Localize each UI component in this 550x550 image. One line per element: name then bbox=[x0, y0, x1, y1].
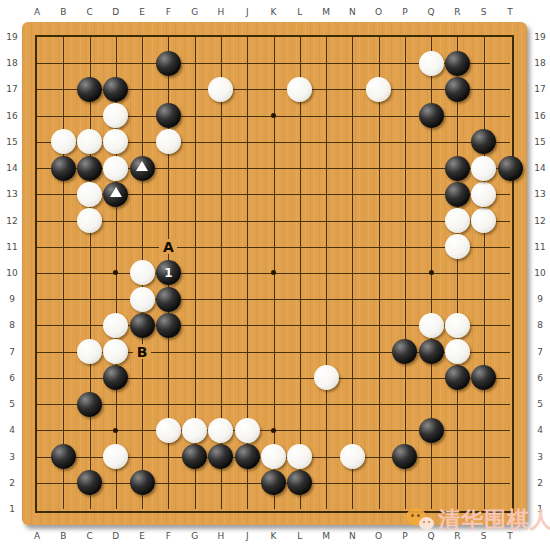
stone-white bbox=[419, 51, 444, 76]
stone-black bbox=[156, 51, 181, 76]
row-label-left: 4 bbox=[4, 425, 20, 435]
grid-line-vertical bbox=[379, 37, 380, 509]
row-label-right: 18 bbox=[532, 58, 548, 68]
stone-white bbox=[130, 260, 155, 285]
annotation-letter: B bbox=[133, 344, 151, 359]
row-label-left: 5 bbox=[4, 399, 20, 409]
row-label-right: 2 bbox=[532, 478, 548, 488]
stone-black bbox=[130, 470, 155, 495]
stone-white bbox=[130, 287, 155, 312]
stone-white bbox=[235, 418, 260, 443]
column-label-top: F bbox=[158, 7, 178, 17]
stone-white bbox=[51, 129, 76, 154]
row-label-right: 17 bbox=[532, 84, 548, 94]
column-label-top: M bbox=[316, 7, 336, 17]
stone-black bbox=[156, 287, 181, 312]
column-label-top: Q bbox=[421, 7, 441, 17]
grid-line-vertical bbox=[405, 37, 406, 509]
stone-white bbox=[340, 444, 365, 469]
row-label-left: 6 bbox=[4, 373, 20, 383]
stone-white bbox=[103, 156, 128, 181]
row-label-left: 17 bbox=[4, 84, 20, 94]
stone-black bbox=[419, 339, 444, 364]
column-label-bottom: O bbox=[369, 531, 389, 541]
row-label-left: 15 bbox=[4, 137, 20, 147]
column-label-bottom: E bbox=[132, 531, 152, 541]
stone-white bbox=[314, 365, 339, 390]
stone-black bbox=[156, 313, 181, 338]
row-label-left: 8 bbox=[4, 320, 20, 330]
column-label-bottom: N bbox=[342, 531, 362, 541]
row-label-left: 9 bbox=[4, 294, 20, 304]
row-label-right: 6 bbox=[532, 373, 548, 383]
grid-line-horizontal bbox=[37, 299, 510, 300]
column-label-top: L bbox=[290, 7, 310, 17]
row-label-left: 18 bbox=[4, 58, 20, 68]
stone-white bbox=[77, 182, 102, 207]
stone-white bbox=[77, 208, 102, 233]
stone-black bbox=[419, 103, 444, 128]
column-label-bottom: C bbox=[80, 531, 100, 541]
row-label-right: 5 bbox=[532, 399, 548, 409]
row-label-right: 4 bbox=[532, 425, 548, 435]
column-label-bottom: F bbox=[158, 531, 178, 541]
column-label-top: G bbox=[185, 7, 205, 17]
row-label-left: 7 bbox=[4, 347, 20, 357]
row-label-right: 13 bbox=[532, 189, 548, 199]
column-label-top: H bbox=[211, 7, 231, 17]
stone-black bbox=[445, 77, 470, 102]
row-label-right: 15 bbox=[532, 137, 548, 147]
stone-white bbox=[445, 339, 470, 364]
row-label-left: 19 bbox=[4, 32, 20, 42]
stone-black bbox=[77, 392, 102, 417]
row-label-right: 3 bbox=[532, 452, 548, 462]
row-label-left: 14 bbox=[4, 163, 20, 173]
go-diagram: 1ABAABBCCDDEEFFGGHHJJKKLLMMNNOOPPQQRRSST… bbox=[0, 0, 550, 550]
row-label-right: 7 bbox=[532, 347, 548, 357]
stone-white bbox=[261, 444, 286, 469]
stone-white bbox=[445, 208, 470, 233]
row-label-left: 16 bbox=[4, 111, 20, 121]
stone-black bbox=[419, 418, 444, 443]
column-label-top: P bbox=[395, 7, 415, 17]
triangle-mark bbox=[110, 187, 122, 197]
stone-black bbox=[130, 313, 155, 338]
stone-white bbox=[156, 418, 181, 443]
column-label-bottom: G bbox=[185, 531, 205, 541]
stone-black bbox=[445, 182, 470, 207]
column-label-top: S bbox=[474, 7, 494, 17]
row-label-left: 13 bbox=[4, 189, 20, 199]
column-label-bottom: H bbox=[211, 531, 231, 541]
column-label-bottom: J bbox=[237, 531, 257, 541]
row-label-right: 10 bbox=[532, 268, 548, 278]
column-label-top: C bbox=[80, 7, 100, 17]
column-label-bottom: D bbox=[106, 531, 126, 541]
stone-black bbox=[445, 51, 470, 76]
column-label-top: K bbox=[264, 7, 284, 17]
column-label-top: N bbox=[342, 7, 362, 17]
column-label-top: R bbox=[447, 7, 467, 17]
grid-line-vertical bbox=[326, 37, 327, 509]
stone-white bbox=[182, 418, 207, 443]
row-label-left: 11 bbox=[4, 242, 20, 252]
column-label-bottom: L bbox=[290, 531, 310, 541]
grid-line-horizontal bbox=[37, 404, 510, 405]
stone-black bbox=[77, 156, 102, 181]
row-label-right: 8 bbox=[532, 320, 548, 330]
row-label-right: 12 bbox=[532, 216, 548, 226]
column-label-top: B bbox=[53, 7, 73, 17]
watermark: 清华围棋人 bbox=[404, 504, 550, 536]
stone-black bbox=[156, 103, 181, 128]
grid-line-vertical bbox=[352, 37, 353, 509]
row-label-left: 3 bbox=[4, 452, 20, 462]
watermark-text: 清华围棋人 bbox=[438, 505, 550, 535]
stone-black bbox=[51, 444, 76, 469]
row-label-right: 11 bbox=[532, 242, 548, 252]
column-label-top: E bbox=[132, 7, 152, 17]
stone-white bbox=[445, 313, 470, 338]
stone-black bbox=[498, 156, 523, 181]
column-label-top: J bbox=[237, 7, 257, 17]
column-label-top: D bbox=[106, 7, 126, 17]
grid-line-vertical bbox=[484, 37, 485, 509]
column-label-top: T bbox=[500, 7, 520, 17]
grid-line-vertical bbox=[300, 37, 301, 509]
stone-black bbox=[445, 156, 470, 181]
column-label-bottom: A bbox=[27, 531, 47, 541]
row-label-left: 2 bbox=[4, 478, 20, 488]
grid-line-vertical bbox=[457, 37, 458, 509]
wechat-bubble-small bbox=[419, 517, 434, 530]
row-label-left: 10 bbox=[4, 268, 20, 278]
row-label-right: 16 bbox=[532, 111, 548, 121]
row-label-right: 9 bbox=[532, 294, 548, 304]
wechat-icon bbox=[404, 505, 438, 535]
stone-black bbox=[51, 156, 76, 181]
stone-white bbox=[471, 156, 496, 181]
go-board-layer: 1ABAABBCCDDEEFFGGHHJJKKLLMMNNOOPPQQRRSST… bbox=[0, 0, 550, 550]
stone-white bbox=[419, 313, 444, 338]
star-point bbox=[271, 428, 276, 433]
column-label-bottom: M bbox=[316, 531, 336, 541]
move-number-label: 1 bbox=[156, 260, 181, 285]
column-label-bottom: K bbox=[264, 531, 284, 541]
annotation-letter: A bbox=[159, 239, 177, 254]
stone-white bbox=[366, 77, 391, 102]
row-label-left: 12 bbox=[4, 216, 20, 226]
row-label-right: 19 bbox=[532, 32, 548, 42]
column-label-top: O bbox=[369, 7, 389, 17]
stone-black bbox=[235, 444, 260, 469]
stone-black bbox=[77, 77, 102, 102]
triangle-mark bbox=[136, 161, 148, 171]
stone-white bbox=[471, 182, 496, 207]
row-label-left: 1 bbox=[4, 504, 20, 514]
row-label-right: 14 bbox=[532, 163, 548, 173]
column-label-bottom: B bbox=[53, 531, 73, 541]
column-label-top: A bbox=[27, 7, 47, 17]
